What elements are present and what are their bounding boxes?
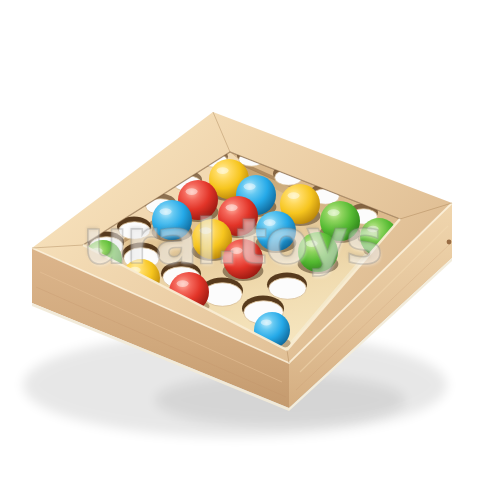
ball-blue xyxy=(152,200,193,242)
ball-green xyxy=(298,232,339,274)
ball-red xyxy=(223,239,264,281)
ball-blue xyxy=(256,211,297,253)
hole-empty xyxy=(267,273,307,300)
wood-knot-dot xyxy=(447,240,452,245)
tray-illustration xyxy=(0,0,500,500)
product-photo: ural.toys xyxy=(0,0,500,500)
